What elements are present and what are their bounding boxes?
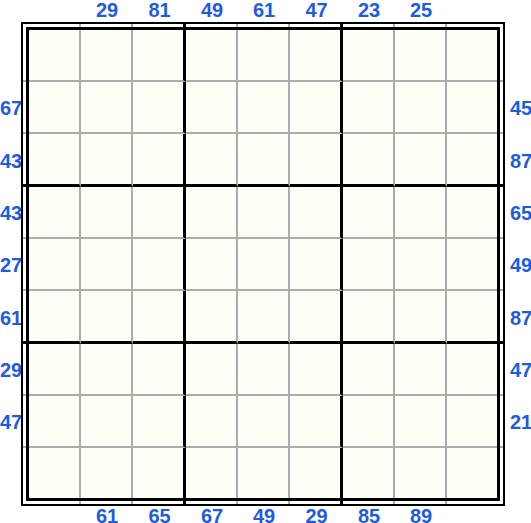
cell-r1c6[interactable] [290, 30, 343, 82]
cell-r6c5[interactable] [238, 291, 290, 344]
clue-bottom-2: 61 [81, 505, 133, 523]
cell-r7c7[interactable] [343, 344, 395, 396]
clue-top-2: 29 [81, 0, 133, 22]
cell-r5c3[interactable] [133, 239, 186, 291]
clue-bottom-1 [29, 505, 81, 523]
cell-r1c2[interactable] [81, 30, 133, 82]
clue-right-6: 87 [505, 291, 531, 344]
cell-r2c3[interactable] [133, 82, 186, 134]
grid-line-nub [23, 132, 26, 134]
clue-bottom-4: 67 [186, 505, 238, 523]
cell-r3c1[interactable] [29, 134, 81, 187]
grid-line-nub [183, 24, 186, 27]
cell-r8c1[interactable] [29, 396, 81, 448]
cell-r4c7[interactable] [343, 187, 395, 239]
cell-r8c7[interactable] [343, 396, 395, 448]
cell-r9c3[interactable] [133, 448, 186, 498]
grid-line-nub [236, 24, 238, 27]
cell-r6c1[interactable] [29, 291, 81, 344]
cell-r7c1[interactable] [29, 344, 81, 396]
grid-line-nub [500, 289, 503, 291]
cell-r3c4[interactable] [186, 134, 238, 187]
cell-r6c9[interactable] [447, 291, 497, 344]
clue-right-1 [505, 30, 531, 82]
clue-right-5: 49 [505, 239, 531, 291]
grid-line-nub [23, 394, 26, 396]
cell-r8c5[interactable] [238, 396, 290, 448]
cell-r9c1[interactable] [29, 448, 81, 498]
cell-r4c3[interactable] [133, 187, 186, 239]
cell-r9c9[interactable] [447, 448, 497, 498]
clue-right-9 [505, 448, 531, 498]
cell-r4c5[interactable] [238, 187, 290, 239]
cell-r6c6[interactable] [290, 291, 343, 344]
cell-r2c2[interactable] [81, 82, 133, 134]
cell-r6c7[interactable] [343, 291, 395, 344]
cell-r9c7[interactable] [343, 448, 395, 498]
cell-r7c8[interactable] [395, 344, 447, 396]
grid-line-nub [79, 24, 81, 27]
cell-r9c5[interactable] [238, 448, 290, 498]
grid-line-nub [445, 501, 447, 504]
right-clues: 45876549874721 [505, 30, 531, 498]
cell-r6c4[interactable] [186, 291, 238, 344]
cell-r7c2[interactable] [81, 344, 133, 396]
cell-r7c9[interactable] [447, 344, 497, 396]
clue-top-4: 49 [186, 0, 238, 22]
cell-r6c8[interactable] [395, 291, 447, 344]
cell-r9c6[interactable] [290, 448, 343, 498]
cell-r3c3[interactable] [133, 134, 186, 187]
clue-bottom-8: 89 [395, 505, 447, 523]
grid-line-nub [23, 184, 26, 187]
cell-r1c5[interactable] [238, 30, 290, 82]
cell-r8c2[interactable] [81, 396, 133, 448]
cell-r8c9[interactable] [447, 396, 497, 448]
cell-r7c4[interactable] [186, 344, 238, 396]
grid-line-nub [23, 446, 26, 448]
clue-top-3: 81 [133, 0, 186, 22]
cell-r3c9[interactable] [447, 134, 497, 187]
cell-r5c5[interactable] [238, 239, 290, 291]
cell-r3c6[interactable] [290, 134, 343, 187]
clue-top-8: 25 [395, 0, 447, 22]
grid-line-nub [183, 501, 186, 504]
grid-line-nub [340, 501, 343, 504]
bottom-clues: 61656749298589 [29, 505, 497, 523]
sudoku-board [26, 27, 500, 501]
grid-line-nub [500, 80, 503, 82]
grid-line-nub [500, 394, 503, 396]
cell-r1c7[interactable] [343, 30, 395, 82]
cell-r9c8[interactable] [395, 448, 447, 498]
grid-line-nub [500, 446, 503, 448]
clue-top-7: 23 [343, 0, 395, 22]
grid-line-nub [500, 341, 503, 344]
grid-line-nub [500, 132, 503, 134]
cell-r5c6[interactable] [290, 239, 343, 291]
grid-line-nub [288, 501, 290, 504]
cell-r3c7[interactable] [343, 134, 395, 187]
clue-bottom-5: 49 [238, 505, 290, 523]
cell-r5c9[interactable] [447, 239, 497, 291]
cell-r2c4[interactable] [186, 82, 238, 134]
cell-r4c2[interactable] [81, 187, 133, 239]
cell-r3c5[interactable] [238, 134, 290, 187]
puzzle-canvas: 29814961472325 67434327612947 4587654987… [0, 0, 531, 523]
board-outer-frame [21, 22, 505, 506]
cell-r8c8[interactable] [395, 396, 447, 448]
cell-r4c1[interactable] [29, 187, 81, 239]
cell-r2c6[interactable] [290, 82, 343, 134]
cell-r9c4[interactable] [186, 448, 238, 498]
cell-r6c2[interactable] [81, 291, 133, 344]
top-clues: 29814961472325 [29, 0, 497, 22]
grid-line-nub [500, 184, 503, 187]
cell-r4c9[interactable] [447, 187, 497, 239]
cell-r7c3[interactable] [133, 344, 186, 396]
clue-right-4: 65 [505, 187, 531, 239]
cell-r5c4[interactable] [186, 239, 238, 291]
clue-top-1 [29, 0, 81, 22]
grid-line-nub [79, 501, 81, 504]
cell-r2c9[interactable] [447, 82, 497, 134]
cell-r6c3[interactable] [133, 291, 186, 344]
clue-right-3: 87 [505, 134, 531, 187]
cell-r4c6[interactable] [290, 187, 343, 239]
cell-r8c6[interactable] [290, 396, 343, 448]
clue-top-6: 47 [290, 0, 343, 22]
cell-r5c1[interactable] [29, 239, 81, 291]
clue-bottom-9 [447, 505, 497, 523]
clue-top-9 [447, 0, 497, 22]
cell-r1c4[interactable] [186, 30, 238, 82]
grid-line-nub [445, 24, 447, 27]
cell-r2c1[interactable] [29, 82, 81, 134]
cell-r8c4[interactable] [186, 396, 238, 448]
grid-line-nub [236, 501, 238, 504]
cell-r4c8[interactable] [395, 187, 447, 239]
clue-right-7: 47 [505, 344, 531, 396]
cell-r2c8[interactable] [395, 82, 447, 134]
cell-r9c2[interactable] [81, 448, 133, 498]
grid-line-nub [131, 501, 133, 504]
grid-line-nub [23, 289, 26, 291]
grid-line-nub [23, 80, 26, 82]
grid-line-nub [23, 237, 26, 239]
cell-r1c3[interactable] [133, 30, 186, 82]
clue-right-8: 21 [505, 396, 531, 448]
cell-r3c2[interactable] [81, 134, 133, 187]
clue-bottom-6: 29 [290, 505, 343, 523]
cell-r2c7[interactable] [343, 82, 395, 134]
grid-line-nub [288, 24, 290, 27]
cell-r7c6[interactable] [290, 344, 343, 396]
cell-r2c5[interactable] [238, 82, 290, 134]
grid-line-nub [23, 341, 26, 344]
cell-r3c8[interactable] [395, 134, 447, 187]
left-clues: 67434327612947 [0, 30, 21, 498]
cell-r1c9[interactable] [447, 30, 497, 82]
grid-line-nub [393, 24, 395, 27]
grid-line-nub [340, 24, 343, 27]
grid-line-nub [393, 501, 395, 504]
cell-r5c8[interactable] [395, 239, 447, 291]
cell-r8c3[interactable] [133, 396, 186, 448]
cell-r5c2[interactable] [81, 239, 133, 291]
cell-r5c7[interactable] [343, 239, 395, 291]
grid-line-nub [500, 237, 503, 239]
clue-top-5: 61 [238, 0, 290, 22]
cell-r7c5[interactable] [238, 344, 290, 396]
clue-bottom-7: 85 [343, 505, 395, 523]
cell-r4c4[interactable] [186, 187, 238, 239]
grid-line-nub [131, 24, 133, 27]
cell-r1c1[interactable] [29, 30, 81, 82]
cell-r1c8[interactable] [395, 30, 447, 82]
clue-right-2: 45 [505, 82, 531, 134]
clue-bottom-3: 65 [133, 505, 186, 523]
